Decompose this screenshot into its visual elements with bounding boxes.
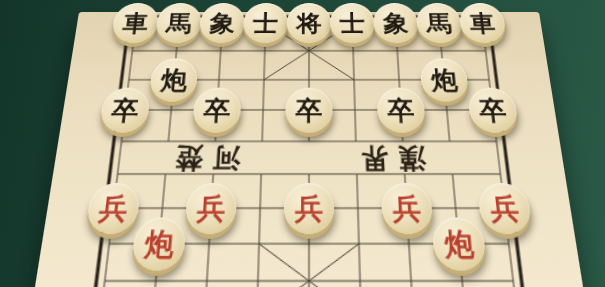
black-elephant-glyph: 象: [382, 12, 409, 35]
red-soldier-glyph: 兵: [489, 194, 521, 223]
black-cannon-glyph: 炮: [160, 68, 188, 93]
black-horse-glyph: 馬: [165, 12, 192, 35]
black-soldier-glyph: 卒: [478, 97, 508, 123]
river-character: 河: [212, 144, 241, 171]
river-label-chu-he: 楚河: [149, 140, 266, 175]
black-soldier-glyph: 卒: [203, 97, 231, 123]
black-general-glyph: 将: [296, 12, 321, 35]
river-label-han-jie: 漢界: [335, 140, 451, 175]
black-cannon-glyph: 炮: [430, 68, 458, 93]
black-advisor-glyph: 士: [339, 12, 365, 35]
black-soldier-glyph: 卒: [387, 97, 415, 123]
black-chariot-glyph: 車: [468, 12, 496, 35]
black-advisor-glyph: 士: [253, 12, 279, 35]
piece-black-general[interactable]: 将: [287, 3, 332, 43]
red-soldier-glyph: 兵: [295, 194, 324, 223]
red-soldier-glyph: 兵: [97, 194, 129, 223]
piece-black-soldier[interactable]: 卒: [285, 88, 333, 133]
red-soldier-glyph: 兵: [196, 194, 226, 223]
board-grid-lines: [16, 12, 603, 287]
black-elephant-glyph: 象: [209, 12, 236, 35]
piece-red-soldier[interactable]: 兵: [284, 183, 335, 234]
table-felt: 楚河 漢界 車馬象士将士象馬車炮炮卒卒卒卒卒兵兵兵兵兵炮炮車馬相仕帥仕相馬車: [0, 0, 605, 287]
piece-black-advisor[interactable]: 士: [330, 3, 376, 43]
red-cannon-glyph: 炮: [143, 229, 175, 259]
black-soldier-glyph: 卒: [110, 97, 140, 123]
black-horse-glyph: 馬: [425, 12, 452, 35]
xiangqi-board[interactable]: 楚河 漢界 車馬象士将士象馬車炮炮卒卒卒卒卒兵兵兵兵兵炮炮車馬相仕帥仕相馬車: [16, 12, 603, 287]
red-soldier-glyph: 兵: [392, 194, 422, 223]
river-character: 楚: [174, 144, 204, 171]
river-character: 漢: [397, 144, 426, 171]
river-character: 界: [360, 144, 389, 171]
black-soldier-glyph: 卒: [296, 97, 323, 123]
red-cannon-glyph: 炮: [443, 229, 475, 259]
black-chariot-glyph: 車: [122, 12, 150, 35]
